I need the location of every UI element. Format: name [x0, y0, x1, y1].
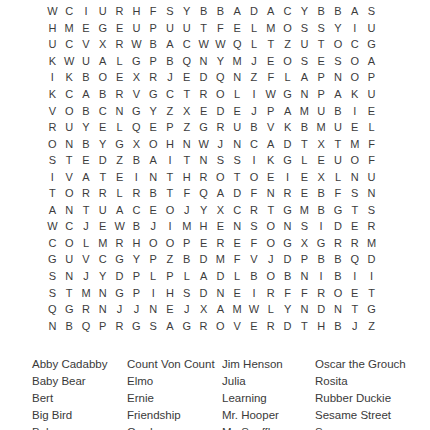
- grid-cell[interactable]: S: [44, 284, 61, 301]
- grid-cell[interactable]: P: [145, 20, 162, 37]
- grid-cell[interactable]: R: [195, 317, 212, 334]
- grid-cell[interactable]: J: [78, 268, 95, 285]
- grid-cell[interactable]: C: [61, 3, 78, 20]
- grid-cell[interactable]: E: [111, 69, 128, 86]
- grid-cell[interactable]: L: [246, 20, 263, 37]
- grid-cell[interactable]: B: [330, 102, 347, 119]
- grid-cell[interactable]: F: [212, 20, 229, 37]
- grid-cell[interactable]: T: [94, 168, 111, 185]
- grid-cell[interactable]: D: [330, 218, 347, 235]
- grid-cell[interactable]: E: [94, 119, 111, 136]
- grid-cell[interactable]: B: [330, 251, 347, 268]
- grid-cell[interactable]: O: [61, 235, 78, 252]
- grid-cell[interactable]: R: [195, 168, 212, 185]
- grid-cell[interactable]: E: [145, 202, 162, 219]
- grid-cell[interactable]: O: [279, 53, 296, 70]
- grid-cell[interactable]: O: [145, 235, 162, 252]
- grid-cell[interactable]: R: [111, 86, 128, 103]
- grid-cell[interactable]: S: [145, 317, 162, 334]
- grid-cell[interactable]: M: [229, 53, 246, 70]
- grid-cell[interactable]: U: [363, 20, 380, 37]
- grid-cell[interactable]: L: [363, 119, 380, 136]
- grid-cell[interactable]: I: [78, 3, 95, 20]
- grid-cell[interactable]: O: [145, 135, 162, 152]
- grid-cell[interactable]: B: [128, 152, 145, 169]
- grid-cell[interactable]: W: [44, 218, 61, 235]
- grid-cell[interactable]: B: [279, 268, 296, 285]
- grid-cell[interactable]: A: [212, 185, 229, 202]
- grid-cell[interactable]: X: [313, 135, 330, 152]
- grid-cell[interactable]: Z: [363, 317, 380, 334]
- grid-cell[interactable]: A: [262, 3, 279, 20]
- grid-cell[interactable]: E: [145, 119, 162, 136]
- grid-cell[interactable]: M: [296, 102, 313, 119]
- grid-cell[interactable]: A: [111, 202, 128, 219]
- grid-cell[interactable]: X: [313, 168, 330, 185]
- grid-cell[interactable]: T: [313, 36, 330, 53]
- grid-cell[interactable]: C: [61, 36, 78, 53]
- grid-cell[interactable]: U: [313, 102, 330, 119]
- grid-cell[interactable]: C: [61, 86, 78, 103]
- grid-cell[interactable]: R: [78, 185, 95, 202]
- grid-cell[interactable]: I: [346, 102, 363, 119]
- grid-cell[interactable]: E: [229, 284, 246, 301]
- grid-cell[interactable]: M: [78, 284, 95, 301]
- grid-cell[interactable]: O: [330, 36, 347, 53]
- grid-cell[interactable]: G: [128, 102, 145, 119]
- grid-cell[interactable]: N: [61, 202, 78, 219]
- grid-cell[interactable]: G: [178, 317, 195, 334]
- grid-cell[interactable]: S: [363, 3, 380, 20]
- grid-cell[interactable]: E: [111, 20, 128, 37]
- grid-cell[interactable]: S: [330, 53, 347, 70]
- grid-cell[interactable]: P: [262, 102, 279, 119]
- grid-cell[interactable]: P: [313, 86, 330, 103]
- grid-cell[interactable]: K: [279, 119, 296, 136]
- grid-cell[interactable]: G: [279, 86, 296, 103]
- grid-cell[interactable]: O: [262, 268, 279, 285]
- grid-cell[interactable]: A: [212, 301, 229, 318]
- grid-cell[interactable]: V: [128, 86, 145, 103]
- grid-cell[interactable]: D: [246, 3, 263, 20]
- grid-cell[interactable]: W: [111, 218, 128, 235]
- grid-cell[interactable]: P: [178, 235, 195, 252]
- grid-cell[interactable]: L: [145, 268, 162, 285]
- grid-cell[interactable]: Y: [128, 251, 145, 268]
- grid-cell[interactable]: N: [346, 168, 363, 185]
- grid-cell[interactable]: X: [128, 69, 145, 86]
- grid-cell[interactable]: U: [61, 119, 78, 136]
- grid-cell[interactable]: B: [145, 185, 162, 202]
- grid-cell[interactable]: Z: [178, 119, 195, 136]
- grid-cell[interactable]: E: [346, 218, 363, 235]
- grid-cell[interactable]: N: [145, 301, 162, 318]
- grid-cell[interactable]: M: [229, 301, 246, 318]
- grid-cell[interactable]: T: [296, 317, 313, 334]
- grid-cell[interactable]: A: [94, 53, 111, 70]
- grid-cell[interactable]: O: [346, 152, 363, 169]
- grid-cell[interactable]: V: [229, 317, 246, 334]
- grid-cell[interactable]: G: [61, 301, 78, 318]
- grid-cell[interactable]: M: [61, 20, 78, 37]
- grid-cell[interactable]: R: [212, 119, 229, 136]
- grid-cell[interactable]: G: [279, 235, 296, 252]
- grid-cell[interactable]: N: [229, 135, 246, 152]
- grid-cell[interactable]: B: [313, 185, 330, 202]
- grid-cell[interactable]: R: [111, 3, 128, 20]
- grid-cell[interactable]: A: [330, 86, 347, 103]
- grid-cell[interactable]: G: [128, 317, 145, 334]
- grid-cell[interactable]: G: [363, 36, 380, 53]
- grid-cell[interactable]: W: [262, 86, 279, 103]
- grid-cell[interactable]: E: [178, 69, 195, 86]
- grid-cell[interactable]: H: [128, 3, 145, 20]
- grid-cell[interactable]: J: [162, 69, 179, 86]
- grid-cell[interactable]: N: [44, 317, 61, 334]
- grid-cell[interactable]: H: [178, 168, 195, 185]
- grid-cell[interactable]: T: [195, 20, 212, 37]
- grid-cell[interactable]: R: [262, 284, 279, 301]
- grid-cell[interactable]: U: [363, 86, 380, 103]
- grid-cell[interactable]: V: [262, 119, 279, 136]
- grid-cell[interactable]: N: [296, 86, 313, 103]
- grid-cell[interactable]: S: [162, 3, 179, 20]
- grid-cell[interactable]: M: [212, 251, 229, 268]
- grid-cell[interactable]: O: [262, 218, 279, 235]
- grid-cell[interactable]: E: [346, 284, 363, 301]
- grid-cell[interactable]: N: [296, 268, 313, 285]
- grid-cell[interactable]: B: [246, 119, 263, 136]
- grid-cell[interactable]: P: [128, 284, 145, 301]
- grid-cell[interactable]: J: [111, 301, 128, 318]
- grid-cell[interactable]: J: [246, 53, 263, 70]
- grid-cell[interactable]: V: [61, 168, 78, 185]
- grid-cell[interactable]: I: [279, 168, 296, 185]
- grid-cell[interactable]: U: [330, 152, 347, 169]
- grid-cell[interactable]: A: [162, 36, 179, 53]
- grid-cell[interactable]: A: [229, 3, 246, 20]
- grid-cell[interactable]: J: [78, 218, 95, 235]
- grid-cell[interactable]: C: [246, 135, 263, 152]
- grid-cell[interactable]: F: [246, 185, 263, 202]
- grid-cell[interactable]: C: [128, 202, 145, 219]
- grid-cell[interactable]: E: [195, 102, 212, 119]
- grid-cell[interactable]: R: [195, 86, 212, 103]
- grid-cell[interactable]: B: [195, 3, 212, 20]
- grid-cell[interactable]: N: [296, 301, 313, 318]
- grid-cell[interactable]: Z: [279, 36, 296, 53]
- grid-cell[interactable]: N: [262, 185, 279, 202]
- grid-cell[interactable]: O: [162, 202, 179, 219]
- grid-cell[interactable]: N: [94, 284, 111, 301]
- grid-cell[interactable]: T: [296, 135, 313, 152]
- grid-cell[interactable]: A: [296, 69, 313, 86]
- grid-cell[interactable]: N: [111, 102, 128, 119]
- grid-cell[interactable]: Q: [229, 36, 246, 53]
- grid-cell[interactable]: O: [61, 185, 78, 202]
- grid-cell[interactable]: W: [128, 36, 145, 53]
- grid-cell[interactable]: P: [145, 53, 162, 70]
- grid-cell[interactable]: M: [94, 235, 111, 252]
- grid-cell[interactable]: U: [61, 251, 78, 268]
- grid-cell[interactable]: C: [346, 36, 363, 53]
- grid-cell[interactable]: B: [296, 119, 313, 136]
- grid-cell[interactable]: T: [61, 284, 78, 301]
- grid-cell[interactable]: G: [330, 202, 347, 219]
- grid-cell[interactable]: U: [330, 119, 347, 136]
- grid-cell[interactable]: V: [78, 251, 95, 268]
- grid-cell[interactable]: P: [162, 268, 179, 285]
- grid-cell[interactable]: A: [346, 3, 363, 20]
- grid-cell[interactable]: A: [78, 86, 95, 103]
- grid-cell[interactable]: F: [330, 185, 347, 202]
- grid-cell[interactable]: K: [44, 86, 61, 103]
- grid-cell[interactable]: D: [279, 135, 296, 152]
- grid-cell[interactable]: N: [212, 284, 229, 301]
- grid-cell[interactable]: T: [363, 284, 380, 301]
- grid-cell[interactable]: T: [178, 86, 195, 103]
- grid-cell[interactable]: S: [44, 268, 61, 285]
- grid-cell[interactable]: G: [128, 53, 145, 70]
- grid-cell[interactable]: H: [162, 135, 179, 152]
- grid-cell[interactable]: B: [313, 202, 330, 219]
- grid-cell[interactable]: N: [330, 301, 347, 318]
- grid-cell[interactable]: Y: [195, 202, 212, 219]
- grid-cell[interactable]: N: [330, 69, 347, 86]
- grid-cell[interactable]: U: [94, 202, 111, 219]
- grid-cell[interactable]: S: [313, 20, 330, 37]
- grid-cell[interactable]: Y: [296, 3, 313, 20]
- grid-cell[interactable]: O: [212, 168, 229, 185]
- grid-cell[interactable]: L: [178, 268, 195, 285]
- grid-cell[interactable]: D: [363, 251, 380, 268]
- grid-cell[interactable]: S: [296, 53, 313, 70]
- grid-cell[interactable]: E: [212, 218, 229, 235]
- grid-cell[interactable]: J: [145, 218, 162, 235]
- grid-cell[interactable]: S: [212, 152, 229, 169]
- grid-cell[interactable]: E: [246, 317, 263, 334]
- grid-cell[interactable]: F: [262, 69, 279, 86]
- grid-cell[interactable]: G: [279, 152, 296, 169]
- grid-cell[interactable]: G: [111, 251, 128, 268]
- grid-cell[interactable]: B: [128, 218, 145, 235]
- grid-cell[interactable]: G: [111, 135, 128, 152]
- grid-cell[interactable]: T: [346, 202, 363, 219]
- grid-cell[interactable]: P: [363, 69, 380, 86]
- grid-cell[interactable]: R: [363, 218, 380, 235]
- grid-cell[interactable]: G: [313, 235, 330, 252]
- grid-cell[interactable]: A: [195, 268, 212, 285]
- grid-cell[interactable]: D: [195, 251, 212, 268]
- grid-cell[interactable]: A: [279, 102, 296, 119]
- grid-cell[interactable]: C: [178, 36, 195, 53]
- grid-cell[interactable]: O: [330, 284, 347, 301]
- grid-cell[interactable]: A: [44, 202, 61, 219]
- grid-cell[interactable]: G: [145, 86, 162, 103]
- grid-cell[interactable]: F: [229, 251, 246, 268]
- grid-cell[interactable]: R: [111, 317, 128, 334]
- grid-cell[interactable]: B: [313, 3, 330, 20]
- grid-cell[interactable]: C: [61, 218, 78, 235]
- grid-cell[interactable]: R: [246, 202, 263, 219]
- grid-cell[interactable]: N: [195, 152, 212, 169]
- grid-cell[interactable]: P: [128, 268, 145, 285]
- grid-cell[interactable]: S: [296, 218, 313, 235]
- grid-cell[interactable]: E: [78, 152, 95, 169]
- grid-cell[interactable]: R: [212, 235, 229, 252]
- grid-cell[interactable]: N: [178, 135, 195, 152]
- grid-cell[interactable]: G: [94, 20, 111, 37]
- grid-cell[interactable]: M: [296, 202, 313, 219]
- grid-cell[interactable]: Y: [78, 119, 95, 136]
- grid-cell[interactable]: L: [229, 268, 246, 285]
- grid-cell[interactable]: Y: [94, 268, 111, 285]
- grid-cell[interactable]: S: [296, 20, 313, 37]
- grid-cell[interactable]: F: [363, 152, 380, 169]
- grid-cell[interactable]: R: [313, 284, 330, 301]
- grid-cell[interactable]: G: [111, 284, 128, 301]
- grid-cell[interactable]: F: [178, 185, 195, 202]
- grid-cell[interactable]: E: [296, 185, 313, 202]
- grid-cell[interactable]: B: [330, 3, 347, 20]
- grid-cell[interactable]: G: [363, 301, 380, 318]
- grid-cell[interactable]: D: [195, 69, 212, 86]
- grid-cell[interactable]: B: [78, 69, 95, 86]
- grid-cell[interactable]: O: [61, 102, 78, 119]
- grid-cell[interactable]: O: [44, 135, 61, 152]
- grid-cell[interactable]: A: [145, 152, 162, 169]
- grid-cell[interactable]: T: [346, 301, 363, 318]
- grid-cell[interactable]: J: [178, 202, 195, 219]
- grid-cell[interactable]: F: [145, 3, 162, 20]
- grid-cell[interactable]: W: [212, 36, 229, 53]
- grid-cell[interactable]: R: [346, 235, 363, 252]
- grid-cell[interactable]: C: [229, 202, 246, 219]
- grid-cell[interactable]: L: [296, 152, 313, 169]
- grid-cell[interactable]: B: [145, 36, 162, 53]
- grid-cell[interactable]: I: [313, 268, 330, 285]
- grid-cell[interactable]: I: [246, 284, 263, 301]
- grid-cell[interactable]: H: [128, 235, 145, 252]
- grid-cell[interactable]: E: [229, 235, 246, 252]
- grid-cell[interactable]: E: [313, 152, 330, 169]
- grid-cell[interactable]: T: [78, 202, 95, 219]
- grid-cell[interactable]: O: [94, 69, 111, 86]
- grid-cell[interactable]: B: [162, 53, 179, 70]
- grid-cell[interactable]: M: [313, 119, 330, 136]
- grid-cell[interactable]: U: [178, 20, 195, 37]
- grid-cell[interactable]: J: [262, 251, 279, 268]
- grid-cell[interactable]: U: [162, 20, 179, 37]
- grid-cell[interactable]: E: [363, 102, 380, 119]
- grid-cell[interactable]: T: [162, 168, 179, 185]
- grid-cell[interactable]: R: [262, 317, 279, 334]
- grid-cell[interactable]: A: [262, 135, 279, 152]
- grid-cell[interactable]: H: [313, 317, 330, 334]
- grid-cell[interactable]: N: [279, 218, 296, 235]
- grid-cell[interactable]: I: [128, 168, 145, 185]
- grid-cell[interactable]: C: [279, 3, 296, 20]
- grid-cell[interactable]: V: [44, 102, 61, 119]
- grid-cell[interactable]: L: [111, 53, 128, 70]
- grid-cell[interactable]: T: [330, 135, 347, 152]
- grid-cell[interactable]: J: [212, 135, 229, 152]
- grid-cell[interactable]: L: [279, 69, 296, 86]
- grid-cell[interactable]: Y: [145, 102, 162, 119]
- grid-cell[interactable]: E: [313, 53, 330, 70]
- grid-cell[interactable]: A: [162, 317, 179, 334]
- grid-cell[interactable]: W: [61, 53, 78, 70]
- grid-cell[interactable]: I: [313, 218, 330, 235]
- grid-cell[interactable]: N: [61, 135, 78, 152]
- grid-cell[interactable]: H: [195, 218, 212, 235]
- grid-cell[interactable]: G: [279, 202, 296, 219]
- grid-cell[interactable]: G: [44, 251, 61, 268]
- grid-cell[interactable]: U: [229, 119, 246, 136]
- grid-cell[interactable]: H: [162, 284, 179, 301]
- grid-cell[interactable]: O: [346, 69, 363, 86]
- grid-cell[interactable]: I: [145, 284, 162, 301]
- grid-cell[interactable]: S: [178, 284, 195, 301]
- grid-cell[interactable]: E: [262, 53, 279, 70]
- grid-cell[interactable]: Z: [111, 152, 128, 169]
- grid-cell[interactable]: D: [229, 185, 246, 202]
- grid-cell[interactable]: Y: [212, 53, 229, 70]
- grid-cell[interactable]: R: [111, 36, 128, 53]
- grid-cell[interactable]: X: [178, 102, 195, 119]
- grid-cell[interactable]: I: [346, 268, 363, 285]
- grid-cell[interactable]: E: [229, 102, 246, 119]
- grid-cell[interactable]: D: [94, 152, 111, 169]
- grid-cell[interactable]: I: [162, 152, 179, 169]
- grid-cell[interactable]: R: [111, 235, 128, 252]
- grid-cell[interactable]: Y: [94, 135, 111, 152]
- grid-cell[interactable]: J: [128, 301, 145, 318]
- grid-cell[interactable]: L: [330, 168, 347, 185]
- grid-cell[interactable]: Q: [44, 301, 61, 318]
- grid-cell[interactable]: B: [212, 3, 229, 20]
- grid-cell[interactable]: E: [346, 119, 363, 136]
- grid-cell[interactable]: Q: [195, 185, 212, 202]
- grid-cell[interactable]: K: [262, 152, 279, 169]
- grid-cell[interactable]: X: [94, 36, 111, 53]
- grid-cell[interactable]: N: [229, 69, 246, 86]
- grid-cell[interactable]: B: [78, 102, 95, 119]
- grid-cell[interactable]: O: [279, 20, 296, 37]
- grid-cell[interactable]: P: [313, 69, 330, 86]
- grid-cell[interactable]: B: [178, 251, 195, 268]
- grid-cell[interactable]: R: [94, 185, 111, 202]
- grid-cell[interactable]: U: [78, 53, 95, 70]
- grid-cell[interactable]: V: [78, 36, 95, 53]
- grid-cell[interactable]: I: [44, 69, 61, 86]
- grid-cell[interactable]: I: [363, 268, 380, 285]
- grid-cell[interactable]: C: [94, 251, 111, 268]
- grid-cell[interactable]: M: [178, 218, 195, 235]
- grid-cell[interactable]: E: [162, 301, 179, 318]
- grid-cell[interactable]: Q: [78, 317, 95, 334]
- grid-cell[interactable]: J: [346, 317, 363, 334]
- grid-cell[interactable]: D: [195, 284, 212, 301]
- grid-cell[interactable]: P: [94, 317, 111, 334]
- grid-cell[interactable]: T: [44, 185, 61, 202]
- grid-cell[interactable]: T: [262, 202, 279, 219]
- grid-cell[interactable]: Q: [212, 69, 229, 86]
- grid-cell[interactable]: Z: [162, 102, 179, 119]
- grid-cell[interactable]: B: [246, 268, 263, 285]
- grid-cell[interactable]: G: [195, 119, 212, 136]
- grid-cell[interactable]: B: [94, 86, 111, 103]
